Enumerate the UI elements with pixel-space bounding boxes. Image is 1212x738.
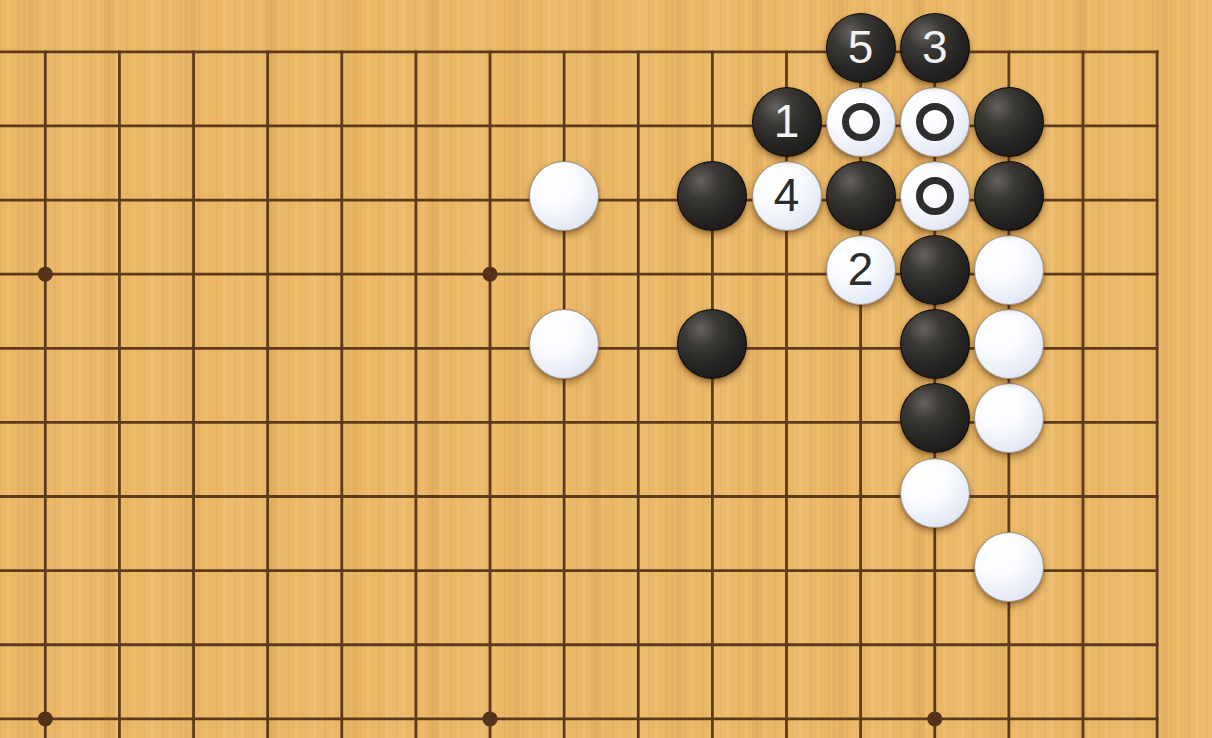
stone-white-Q18: [900, 87, 970, 157]
stone-black-Q19: 3: [900, 13, 970, 83]
move-number: 5: [848, 24, 874, 70]
stone-black-O18: 1: [752, 87, 822, 157]
stone-black-Q16: [900, 235, 970, 305]
stone-white-R15: [974, 309, 1044, 379]
stone-white-P16: 2: [826, 235, 896, 305]
stone-black-Q15: [900, 309, 970, 379]
stone-white-Q17: [900, 161, 970, 231]
stone-white-R16: [974, 235, 1044, 305]
stone-black-R18: [974, 87, 1044, 157]
stone-white-R12: [974, 532, 1044, 602]
stone-black-Q14: [900, 383, 970, 453]
circle-marker: [916, 103, 954, 141]
move-number: 2: [848, 246, 874, 292]
go-board[interactable]: 53142: [0, 0, 1212, 738]
stone-black-P17: [826, 161, 896, 231]
stone-white-P18: [826, 87, 896, 157]
stone-white-R14: [974, 383, 1044, 453]
stone-black-P19: 5: [826, 13, 896, 83]
stone-white-L17: [529, 161, 599, 231]
stone-black-N17: [677, 161, 747, 231]
circle-marker: [916, 177, 954, 215]
stone-white-O17: 4: [752, 161, 822, 231]
stone-white-Q13: [900, 458, 970, 528]
move-number: 1: [774, 98, 800, 144]
move-number: 3: [922, 24, 948, 70]
circle-marker: [842, 103, 880, 141]
move-number: 4: [774, 172, 800, 218]
stone-white-L15: [529, 309, 599, 379]
stone-black-R17: [974, 161, 1044, 231]
